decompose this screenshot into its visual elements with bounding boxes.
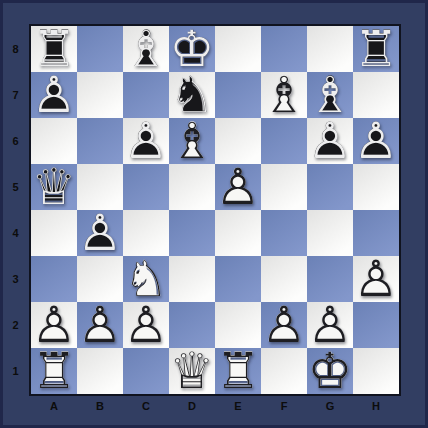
square-b2[interactable]: ♟♙ — [77, 302, 123, 348]
black-pawn[interactable]: ♟♙ — [353, 118, 399, 164]
black-pawn[interactable]: ♟♙ — [77, 210, 123, 256]
white-rook[interactable]: ♜♖ — [215, 348, 261, 394]
rank-label-5: 5 — [0, 164, 31, 210]
white-pawn[interactable]: ♟♙ — [123, 302, 169, 348]
square-a5[interactable]: ♛♕ — [31, 164, 77, 210]
file-label-a: A — [31, 396, 77, 416]
rank-labels: 87654321 — [0, 26, 31, 394]
white-pawn[interactable]: ♟♙ — [261, 302, 307, 348]
square-b6[interactable] — [77, 118, 123, 164]
square-h5[interactable] — [353, 164, 399, 210]
square-e1[interactable]: ♜♖ — [215, 348, 261, 394]
square-h2[interactable] — [353, 302, 399, 348]
square-h6[interactable]: ♟♙ — [353, 118, 399, 164]
file-label-c: C — [123, 396, 169, 416]
file-label-e: E — [215, 396, 261, 416]
piece-outline: ♗ — [123, 26, 169, 72]
rank-label-2: 2 — [0, 302, 31, 348]
square-f4[interactable] — [261, 210, 307, 256]
chess-board: ♜♖♝♗♚♔♜♖♟♙♞♘♝♗♝♗♟♙♝♗♟♙♟♙♛♕♟♙♟♙♞♘♟♙♟♙♟♙♟♙… — [31, 26, 399, 394]
square-e8[interactable] — [215, 26, 261, 72]
piece-outline: ♙ — [307, 118, 353, 164]
black-queen[interactable]: ♛♕ — [31, 164, 77, 210]
rank-label-7: 7 — [0, 72, 31, 118]
square-f7[interactable]: ♝♗ — [261, 72, 307, 118]
piece-outline: ♔ — [307, 348, 353, 394]
square-f1[interactable] — [261, 348, 307, 394]
rank-label-1: 1 — [0, 348, 31, 394]
piece-outline: ♗ — [261, 72, 307, 118]
square-g6[interactable]: ♟♙ — [307, 118, 353, 164]
square-b4[interactable]: ♟♙ — [77, 210, 123, 256]
black-pawn[interactable]: ♟♙ — [31, 72, 77, 118]
square-d6[interactable]: ♝♗ — [169, 118, 215, 164]
square-h3[interactable]: ♟♙ — [353, 256, 399, 302]
piece-outline: ♙ — [215, 164, 261, 210]
square-f5[interactable] — [261, 164, 307, 210]
square-g1[interactable]: ♚♔ — [307, 348, 353, 394]
rank-label-6: 6 — [0, 118, 31, 164]
piece-outline: ♙ — [77, 210, 123, 256]
white-rook[interactable]: ♜♖ — [31, 348, 77, 394]
piece-outline: ♙ — [353, 256, 399, 302]
black-bishop[interactable]: ♝♗ — [123, 26, 169, 72]
square-f6[interactable] — [261, 118, 307, 164]
black-pawn[interactable]: ♟♙ — [307, 118, 353, 164]
square-f2[interactable]: ♟♙ — [261, 302, 307, 348]
square-a4[interactable] — [31, 210, 77, 256]
piece-outline: ♗ — [169, 118, 215, 164]
square-c8[interactable]: ♝♗ — [123, 26, 169, 72]
file-label-h: H — [353, 396, 399, 416]
square-d4[interactable] — [169, 210, 215, 256]
file-labels: ABCDEFGH — [31, 396, 399, 416]
square-c2[interactable]: ♟♙ — [123, 302, 169, 348]
square-g4[interactable] — [307, 210, 353, 256]
square-e3[interactable] — [215, 256, 261, 302]
square-b8[interactable] — [77, 26, 123, 72]
file-label-g: G — [307, 396, 353, 416]
piece-outline: ♙ — [77, 302, 123, 348]
black-rook[interactable]: ♜♖ — [353, 26, 399, 72]
file-label-d: D — [169, 396, 215, 416]
square-e5[interactable]: ♟♙ — [215, 164, 261, 210]
rank-label-4: 4 — [0, 210, 31, 256]
white-king[interactable]: ♚♔ — [307, 348, 353, 394]
square-d5[interactable] — [169, 164, 215, 210]
square-e7[interactable] — [215, 72, 261, 118]
piece-outline: ♖ — [31, 348, 77, 394]
white-bishop[interactable]: ♝♗ — [261, 72, 307, 118]
black-pawn[interactable]: ♟♙ — [123, 118, 169, 164]
white-queen[interactable]: ♛♕ — [169, 348, 215, 394]
square-d1[interactable]: ♛♕ — [169, 348, 215, 394]
square-d3[interactable] — [169, 256, 215, 302]
square-h8[interactable]: ♜♖ — [353, 26, 399, 72]
square-c1[interactable] — [123, 348, 169, 394]
white-pawn[interactable]: ♟♙ — [77, 302, 123, 348]
piece-outline: ♕ — [31, 164, 77, 210]
piece-outline: ♖ — [215, 348, 261, 394]
piece-outline: ♙ — [31, 72, 77, 118]
piece-outline: ♕ — [169, 348, 215, 394]
square-b1[interactable] — [77, 348, 123, 394]
piece-outline: ♙ — [123, 302, 169, 348]
board-frame: 87654321 ♜♖♝♗♚♔♜♖♟♙♞♘♝♗♝♗♟♙♝♗♟♙♟♙♛♕♟♙♟♙♞… — [0, 0, 428, 428]
square-c5[interactable] — [123, 164, 169, 210]
white-pawn[interactable]: ♟♙ — [215, 164, 261, 210]
piece-outline: ♙ — [353, 118, 399, 164]
square-a1[interactable]: ♜♖ — [31, 348, 77, 394]
piece-outline: ♙ — [123, 118, 169, 164]
square-b7[interactable] — [77, 72, 123, 118]
square-h1[interactable] — [353, 348, 399, 394]
file-label-f: F — [261, 396, 307, 416]
piece-outline: ♙ — [261, 302, 307, 348]
white-bishop[interactable]: ♝♗ — [169, 118, 215, 164]
square-e4[interactable] — [215, 210, 261, 256]
square-c6[interactable]: ♟♙ — [123, 118, 169, 164]
file-label-b: B — [77, 396, 123, 416]
white-pawn[interactable]: ♟♙ — [353, 256, 399, 302]
square-a7[interactable]: ♟♙ — [31, 72, 77, 118]
square-g5[interactable] — [307, 164, 353, 210]
rank-label-8: 8 — [0, 26, 31, 72]
piece-outline: ♖ — [353, 26, 399, 72]
rank-label-3: 3 — [0, 256, 31, 302]
